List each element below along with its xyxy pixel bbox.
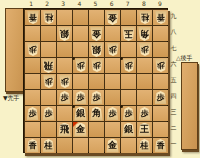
sente-label: ▼先手	[3, 94, 20, 103]
file-label-4: 4	[71, 0, 87, 8]
piece-飛-sente[interactable]: 飛	[42, 59, 55, 73]
piece-香-sente[interactable]: 香	[155, 11, 167, 24]
piece-歩-sente[interactable]: 歩	[107, 43, 119, 56]
square-5一[interactable]	[89, 138, 104, 153]
piece-歩-sente[interactable]: 歩	[155, 59, 167, 72]
square-6六[interactable]	[105, 58, 120, 73]
piece-桂-gote[interactable]: 桂	[43, 139, 55, 152]
square-7六[interactable]: 歩	[121, 58, 136, 73]
square-2三[interactable]: 歩	[41, 106, 56, 121]
square-2八[interactable]	[41, 26, 56, 41]
square-2九[interactable]: 桂	[41, 10, 56, 25]
square-8六[interactable]	[137, 58, 152, 73]
square-5二[interactable]	[89, 122, 104, 137]
square-7一[interactable]	[121, 138, 136, 153]
square-8八[interactable]: 角	[137, 26, 152, 41]
square-7三[interactable]: 歩	[121, 106, 136, 121]
rank-label-九: 九	[169, 8, 178, 24]
piece-歩-sente[interactable]: 歩	[27, 43, 39, 56]
shogi-app: 123456789 九八七六五四三二一 ▼先手 △後手 香桂金桂香銀金玉角歩銀歩…	[0, 0, 200, 158]
piece-歩-gote[interactable]: 歩	[123, 107, 135, 120]
file-coordinates: 123456789	[23, 0, 168, 8]
square-7七[interactable]	[121, 42, 136, 57]
square-9五[interactable]	[153, 74, 168, 89]
square-1四[interactable]	[25, 90, 40, 105]
rank-label-一: 一	[169, 137, 178, 153]
square-5八[interactable]: 金	[89, 26, 104, 41]
gote-piece-stand[interactable]	[181, 62, 198, 150]
piece-銀-gote[interactable]: 銀	[122, 123, 135, 137]
file-label-9: 9	[152, 0, 168, 8]
file-label-3: 3	[55, 0, 71, 8]
square-8三[interactable]: 歩	[137, 106, 152, 121]
piece-銀-sente[interactable]: 銀	[90, 43, 103, 57]
square-6三[interactable]: 歩	[105, 106, 120, 121]
square-4四[interactable]: 歩	[73, 90, 88, 105]
square-9四[interactable]: 歩	[153, 90, 168, 105]
piece-歩-gote[interactable]: 歩	[91, 91, 103, 104]
file-label-1: 1	[23, 0, 39, 8]
square-3八[interactable]: 銀	[57, 26, 72, 41]
square-2一[interactable]: 桂	[41, 138, 56, 153]
square-1八[interactable]	[25, 26, 40, 41]
square-3六[interactable]	[57, 58, 72, 73]
piece-金-gote[interactable]: 金	[106, 139, 119, 153]
star-point-icon	[72, 105, 75, 108]
square-2七[interactable]	[41, 42, 56, 57]
piece-香-sente[interactable]: 香	[27, 11, 39, 24]
square-1九[interactable]: 香	[25, 10, 40, 25]
square-2五[interactable]: 歩	[41, 74, 56, 89]
square-3三[interactable]	[57, 106, 72, 121]
piece-金-gote[interactable]: 金	[74, 123, 87, 137]
square-4八[interactable]	[73, 26, 88, 41]
piece-歩-sente[interactable]: 歩	[59, 75, 71, 88]
piece-歩-gote[interactable]: 歩	[75, 91, 87, 104]
square-1五[interactable]	[25, 74, 40, 89]
piece-歩-sente[interactable]: 歩	[91, 59, 103, 72]
piece-歩-gote[interactable]: 歩	[43, 107, 55, 120]
square-9一[interactable]: 香	[153, 138, 168, 153]
square-8五[interactable]	[137, 74, 152, 89]
sente-piece-stand[interactable]	[5, 8, 24, 92]
piece-桂-sente[interactable]: 桂	[43, 11, 55, 24]
square-6七[interactable]: 歩	[105, 42, 120, 57]
square-6九[interactable]: 金	[105, 10, 120, 25]
piece-歩-gote[interactable]: 歩	[139, 107, 151, 120]
square-1六[interactable]	[25, 58, 40, 73]
square-9二[interactable]	[153, 122, 168, 137]
square-1三[interactable]: 歩	[25, 106, 40, 121]
rank-label-三: 三	[169, 105, 178, 121]
piece-銀-gote[interactable]: 銀	[74, 107, 87, 121]
square-1二[interactable]	[25, 122, 40, 137]
square-4五[interactable]	[73, 74, 88, 89]
piece-角-sente[interactable]: 角	[138, 27, 151, 41]
rank-label-五: 五	[169, 72, 178, 88]
piece-金-sente[interactable]: 金	[106, 11, 119, 25]
square-3二[interactable]: 飛	[57, 122, 72, 137]
square-8九[interactable]: 桂	[137, 10, 152, 25]
rank-coordinates: 九八七六五四三二一	[169, 8, 178, 153]
piece-角-gote[interactable]: 角	[90, 107, 103, 121]
square-3五[interactable]: 歩	[57, 74, 72, 89]
square-7五[interactable]	[121, 74, 136, 89]
square-3九[interactable]	[57, 10, 72, 25]
square-3四[interactable]: 歩	[57, 90, 72, 105]
square-7八[interactable]: 玉	[121, 26, 136, 41]
square-9三[interactable]	[153, 106, 168, 121]
piece-桂-sente[interactable]: 桂	[139, 11, 151, 24]
piece-歩-sente[interactable]: 歩	[75, 59, 87, 72]
piece-金-sente[interactable]: 金	[90, 27, 103, 41]
square-9六[interactable]: 歩	[153, 58, 168, 73]
square-9九[interactable]: 香	[153, 10, 168, 25]
rank-label-八: 八	[169, 24, 178, 40]
square-6二[interactable]	[105, 122, 120, 137]
square-5三[interactable]: 角	[89, 106, 104, 121]
square-4六[interactable]: 歩	[73, 58, 88, 73]
file-label-7: 7	[120, 0, 136, 8]
square-4一[interactable]	[73, 138, 88, 153]
piece-銀-sente[interactable]: 銀	[58, 27, 71, 41]
piece-歩-sente[interactable]: 歩	[43, 75, 55, 88]
square-7四[interactable]	[121, 90, 136, 105]
square-5七[interactable]: 銀	[89, 42, 104, 57]
square-2四[interactable]	[41, 90, 56, 105]
square-5九[interactable]	[89, 10, 104, 25]
square-8一[interactable]: 桂	[137, 138, 152, 153]
shogi-board: 香桂金桂香銀金玉角歩銀歩歩飛歩歩歩歩歩歩歩歩歩歩歩歩銀角歩歩歩飛金銀王香桂金桂香	[23, 8, 168, 153]
star-point-icon	[72, 57, 75, 60]
square-5六[interactable]: 歩	[89, 58, 104, 73]
piece-香-gote[interactable]: 香	[155, 139, 167, 152]
square-8四[interactable]	[137, 90, 152, 105]
file-label-6: 6	[104, 0, 120, 8]
piece-歩-sente[interactable]: 歩	[139, 43, 151, 56]
square-4九[interactable]	[73, 10, 88, 25]
square-6五[interactable]	[105, 74, 120, 89]
square-4三[interactable]: 銀	[73, 106, 88, 121]
square-2六[interactable]: 飛	[41, 58, 56, 73]
piece-玉-sente[interactable]: 玉	[122, 27, 135, 41]
square-1一[interactable]: 香	[25, 138, 40, 153]
piece-歩-gote[interactable]: 歩	[27, 107, 39, 120]
square-8七[interactable]: 歩	[137, 42, 152, 57]
star-point-icon	[120, 57, 123, 60]
piece-香-gote[interactable]: 香	[27, 139, 39, 152]
piece-歩-gote[interactable]: 歩	[107, 107, 119, 120]
rank-label-四: 四	[169, 89, 178, 105]
square-1七[interactable]: 歩	[25, 42, 40, 57]
square-7九[interactable]	[121, 10, 136, 25]
rank-label-二: 二	[169, 121, 178, 137]
file-label-5: 5	[87, 0, 103, 8]
star-point-icon	[120, 105, 123, 108]
gote-label: △後手	[176, 54, 193, 63]
square-6四[interactable]	[105, 90, 120, 105]
square-8二[interactable]: 王	[137, 122, 152, 137]
file-label-2: 2	[39, 0, 55, 8]
piece-歩-gote[interactable]: 歩	[155, 91, 167, 104]
piece-歩-sente[interactable]: 歩	[123, 59, 135, 72]
square-7二[interactable]: 銀	[121, 122, 136, 137]
piece-歩-gote[interactable]: 歩	[59, 91, 71, 104]
square-3七[interactable]	[57, 42, 72, 57]
square-9七[interactable]	[153, 42, 168, 57]
square-2二[interactable]	[41, 122, 56, 137]
file-label-8: 8	[136, 0, 152, 8]
piece-飛-gote[interactable]: 飛	[58, 123, 71, 137]
square-3一[interactable]	[57, 138, 72, 153]
piece-桂-gote[interactable]: 桂	[139, 139, 151, 152]
square-6八[interactable]	[105, 26, 120, 41]
piece-王-gote[interactable]: 王	[138, 123, 151, 137]
square-5四[interactable]: 歩	[89, 90, 104, 105]
square-5五[interactable]	[89, 74, 104, 89]
square-4七[interactable]	[73, 42, 88, 57]
square-6一[interactable]: 金	[105, 138, 120, 153]
square-9八[interactable]	[153, 26, 168, 41]
